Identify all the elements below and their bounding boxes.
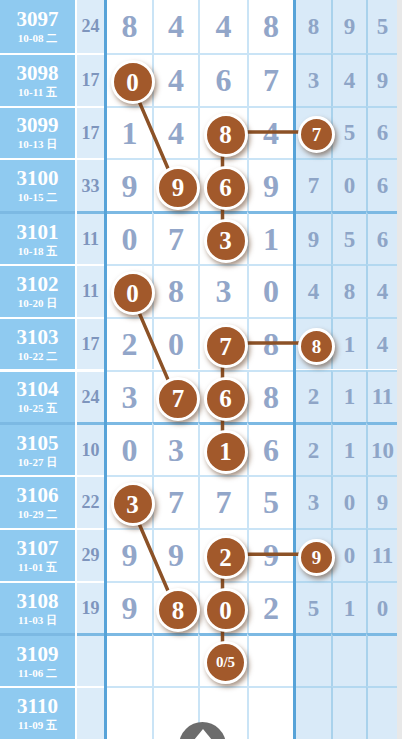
main-number-cell: 7 — [152, 475, 198, 528]
main-number-cell: 0 — [152, 317, 198, 370]
chart-row: 310911-06 二 — [0, 633, 402, 686]
right-number-cell: 5 — [366, 0, 397, 53]
issue-number: 3099 — [17, 115, 59, 136]
circled-number: 7 — [204, 324, 248, 368]
right-number-cell: 5 — [331, 211, 366, 264]
issue-cell: 310010-15 二 — [0, 158, 75, 211]
circled-number: 1 — [204, 430, 248, 474]
main-number-cell: 2 — [107, 317, 152, 370]
right-number-cell — [331, 686, 366, 739]
main-number-cell: 0 — [107, 211, 152, 264]
circled-number: 8 — [156, 588, 200, 632]
right-number-cell: 0 — [331, 475, 366, 528]
up-arrow-icon — [194, 729, 212, 739]
main-number-cell: 9 — [247, 528, 293, 581]
sum-cell — [77, 686, 104, 739]
issue-number: 3098 — [17, 63, 59, 84]
sum-cell: 17 — [77, 106, 104, 159]
main-number-cell: 8 — [247, 0, 293, 53]
circled-number: 8 — [204, 113, 248, 157]
main-number-cell: 7 — [247, 53, 293, 106]
right-number-cell: 0 — [331, 158, 366, 211]
sum-cell: 22 — [77, 475, 104, 528]
main-number-cell: 2 — [247, 581, 293, 634]
issue-cell: 310610-29 二 — [0, 475, 75, 528]
right-number-cell: 11 — [366, 370, 397, 423]
lottery-trend-chart: 309710-08 二248448895309810-11 五174673493… — [0, 0, 402, 739]
issue-cell: 310711-01 五 — [0, 528, 75, 581]
scrollbar-track[interactable] — [397, 0, 402, 739]
right-number-cell: 8 — [296, 0, 331, 53]
issue-number: 3103 — [17, 327, 59, 348]
issue-number: 3102 — [17, 274, 59, 295]
right-number-cell: 5 — [331, 106, 366, 159]
main-number-cell: 3 — [152, 422, 198, 475]
main-number-cell: 6 — [198, 53, 247, 106]
issue-cell: 310110-18 五 — [0, 211, 75, 264]
right-number-cell: 2 — [296, 370, 331, 423]
issue-cell: 311011-09 五 — [0, 686, 75, 739]
right-number-cell: 4 — [296, 264, 331, 317]
main-number-cell: 8 — [247, 370, 293, 423]
sum-cell: 10 — [77, 422, 104, 475]
issue-number: 3108 — [17, 591, 59, 612]
issue-cell: 309810-11 五 — [0, 53, 75, 106]
issue-cell: 309710-08 二 — [0, 0, 75, 53]
issue-cell: 310410-25 五 — [0, 370, 75, 423]
draw-date: 11-03 日 — [18, 615, 57, 626]
sum-cell — [77, 633, 104, 686]
main-number-cell: 8 — [247, 317, 293, 370]
circled-number: 0 — [111, 271, 155, 315]
draw-date: 10-18 五 — [18, 246, 57, 257]
right-number-cell — [296, 686, 331, 739]
issue-number: 3107 — [17, 538, 59, 559]
issue-number: 3106 — [17, 485, 59, 506]
right-number-cell: 0 — [331, 528, 366, 581]
main-number-cell: 4 — [198, 0, 247, 53]
chart-row: 310310-22 二1720814 — [0, 317, 402, 370]
draw-date: 10-20 日 — [18, 298, 57, 309]
right-number-cell: 6 — [366, 106, 397, 159]
chart-row: 310811-03 日1992510 — [0, 581, 402, 634]
main-number-cell: 8 — [107, 0, 152, 53]
right-number-cell: 11 — [366, 528, 397, 581]
draw-date: 11-01 五 — [18, 562, 57, 573]
issue-number: 3110 — [17, 696, 58, 717]
draw-date: 10-25 五 — [18, 403, 57, 414]
right-number-cell: 4 — [331, 53, 366, 106]
draw-date: 10-11 五 — [18, 87, 57, 98]
right-number-cell: 9 — [296, 211, 331, 264]
right-number-cell: 7 — [296, 158, 331, 211]
main-number-cell: 5 — [247, 475, 293, 528]
issue-cell: 310310-22 二 — [0, 317, 75, 370]
right-number-cell: 3 — [296, 53, 331, 106]
right-number-cell: 2 — [296, 422, 331, 475]
main-number-cell: 0 — [107, 422, 152, 475]
right-number-cell: 4 — [366, 264, 397, 317]
issue-cell: 310210-20 日 — [0, 264, 75, 317]
right-number-cell: 5 — [296, 581, 331, 634]
sum-cell: 11 — [77, 211, 104, 264]
right-number-cell: 9 — [366, 475, 397, 528]
right-number-cell — [366, 686, 397, 739]
main-number-cell: 4 — [152, 53, 198, 106]
draw-date: 10-15 二 — [18, 192, 57, 203]
draw-date: 10-22 二 — [18, 351, 57, 362]
issue-number: 3101 — [17, 222, 59, 243]
issue-cell: 310811-03 日 — [0, 581, 75, 634]
sum-cell: 24 — [77, 370, 104, 423]
main-number-cell — [247, 633, 293, 686]
right-number-cell: 4 — [366, 317, 397, 370]
grid-left-border — [104, 0, 107, 739]
circled-number: 0 — [204, 588, 248, 632]
right-number-cell: 10 — [366, 422, 397, 475]
main-number-cell: 6 — [247, 422, 293, 475]
draw-date: 11-09 五 — [18, 720, 57, 731]
issue-cell: 310911-06 二 — [0, 633, 75, 686]
chart-row: 310010-15 二3399706 — [0, 158, 402, 211]
chart-row: 309810-11 五17467349 — [0, 53, 402, 106]
circled-number: 3 — [111, 482, 155, 526]
chart-row: 310410-25 五24382111 — [0, 370, 402, 423]
right-number-cell: 1 — [331, 317, 366, 370]
right-number-cell: 8 — [331, 264, 366, 317]
sum-cell: 19 — [77, 581, 104, 634]
sum-cell: 24 — [77, 0, 104, 53]
main-number-cell: 0 — [247, 264, 293, 317]
main-number-cell — [107, 686, 152, 739]
main-number-cell: 9 — [247, 158, 293, 211]
main-number-cell — [152, 633, 198, 686]
sum-cell: 33 — [77, 158, 104, 211]
main-number-cell: 3 — [107, 370, 152, 423]
right-number-cell: 6 — [366, 158, 397, 211]
issue-number: 3109 — [17, 644, 59, 665]
main-number-cell: 7 — [152, 211, 198, 264]
draw-date: 10-08 二 — [18, 33, 57, 44]
issue-number: 3100 — [17, 168, 59, 189]
grid-right-border — [293, 0, 296, 739]
right-number-cell: 9 — [331, 0, 366, 53]
issue-number: 3097 — [17, 9, 59, 30]
draw-date: 10-27 日 — [18, 457, 57, 468]
right-number-cell: 9 — [366, 53, 397, 106]
issue-number: 3105 — [17, 433, 59, 454]
main-number-cell: 9 — [152, 528, 198, 581]
right-number-cell: 1 — [331, 422, 366, 475]
chart-row: 310711-01 五29999011 — [0, 528, 402, 581]
right-number-cell — [331, 633, 366, 686]
main-number-cell — [247, 686, 293, 739]
main-number-cell: 4 — [247, 106, 293, 159]
main-number-cell: 3 — [198, 264, 247, 317]
issue-cell: 309910-13 日 — [0, 106, 75, 159]
main-number-cell: 4 — [152, 106, 198, 159]
circled-number: 9 — [298, 539, 335, 576]
sum-cell: 17 — [77, 317, 104, 370]
issue-cell: 310510-27 日 — [0, 422, 75, 475]
main-number-cell: 1 — [247, 211, 293, 264]
right-number-cell — [296, 633, 331, 686]
right-number-cell: 0 — [366, 581, 397, 634]
draw-date: 10-13 日 — [18, 139, 57, 150]
main-number-cell: 1 — [107, 106, 152, 159]
right-number-cell — [366, 633, 397, 686]
sum-cell: 17 — [77, 53, 104, 106]
main-number-cell: 4 — [152, 0, 198, 53]
chart-row: 310110-18 五11071956 — [0, 211, 402, 264]
chart-row: 309710-08 二248448895 — [0, 0, 402, 53]
chart-row: 310210-20 日11830484 — [0, 264, 402, 317]
sum-cell: 29 — [77, 528, 104, 581]
chart-row: 309910-13 日1714456 — [0, 106, 402, 159]
circled-number: 2 — [204, 535, 248, 579]
sum-cell: 11 — [77, 264, 104, 317]
circled-number: 6 — [204, 166, 248, 210]
main-number-cell: 9 — [107, 528, 152, 581]
circled-number: 7 — [156, 377, 200, 421]
circled-number: 9 — [156, 166, 200, 210]
main-number-cell: 8 — [152, 264, 198, 317]
right-number-cell: 3 — [296, 475, 331, 528]
right-number-cell: 1 — [331, 581, 366, 634]
issue-number: 3104 — [17, 379, 59, 400]
draw-date: 11-06 二 — [18, 668, 57, 679]
circled-number: 8 — [298, 328, 335, 365]
draw-date: 10-29 二 — [18, 509, 57, 520]
chart-row: 310610-29 二22775309 — [0, 475, 402, 528]
main-number-cell: 9 — [107, 581, 152, 634]
main-number-cell: 9 — [107, 158, 152, 211]
right-number-cell: 1 — [331, 370, 366, 423]
circled-number: 0 — [111, 60, 155, 104]
main-number-cell — [107, 633, 152, 686]
main-number-cell: 7 — [198, 475, 247, 528]
chart-row: 310510-27 日100362110 — [0, 422, 402, 475]
circled-number: 3 — [204, 219, 248, 263]
right-number-cell: 6 — [366, 211, 397, 264]
circled-number: 6 — [204, 377, 248, 421]
